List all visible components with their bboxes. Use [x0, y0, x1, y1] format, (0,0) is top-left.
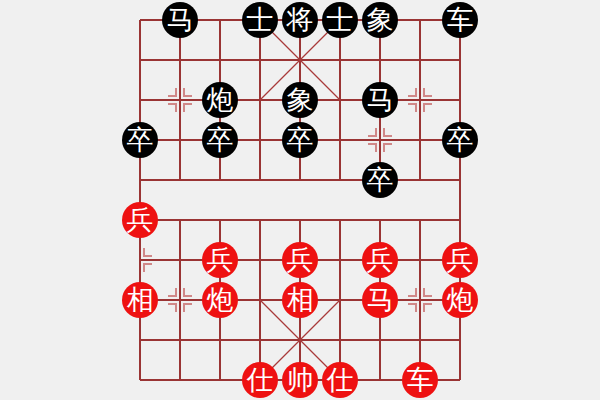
- piece-black-elephant[interactable]: 象: [282, 82, 318, 118]
- piece-black-general[interactable]: 将: [282, 2, 318, 38]
- piece-red-general[interactable]: 帅: [282, 362, 318, 398]
- piece-red-cannon[interactable]: 炮: [202, 282, 238, 318]
- piece-black-advisor[interactable]: 士: [322, 2, 358, 38]
- piece-black-horse[interactable]: 马: [362, 82, 398, 118]
- piece-black-soldier[interactable]: 卒: [362, 162, 398, 198]
- piece-red-cannon[interactable]: 炮: [442, 282, 478, 318]
- piece-black-elephant[interactable]: 象: [362, 2, 398, 38]
- piece-black-chariot[interactable]: 车: [442, 2, 478, 38]
- piece-red-advisor[interactable]: 仕: [242, 362, 278, 398]
- piece-black-cannon[interactable]: 炮: [202, 82, 238, 118]
- xiangqi-board: 马士将士象车炮象马卒卒卒卒卒兵兵兵兵兵相炮相马炮仕帅仕车: [0, 0, 600, 400]
- piece-red-soldier[interactable]: 兵: [202, 242, 238, 278]
- piece-red-horse[interactable]: 马: [362, 282, 398, 318]
- piece-black-soldier[interactable]: 卒: [282, 122, 318, 158]
- piece-black-horse[interactable]: 马: [162, 2, 198, 38]
- piece-black-soldier[interactable]: 卒: [122, 122, 158, 158]
- piece-black-soldier[interactable]: 卒: [442, 122, 478, 158]
- pieces-layer: 马士将士象车炮象马卒卒卒卒卒兵兵兵兵兵相炮相马炮仕帅仕车: [0, 0, 600, 400]
- piece-black-advisor[interactable]: 士: [242, 2, 278, 38]
- piece-red-soldier[interactable]: 兵: [362, 242, 398, 278]
- piece-red-soldier[interactable]: 兵: [442, 242, 478, 278]
- piece-red-soldier[interactable]: 兵: [282, 242, 318, 278]
- piece-red-chariot[interactable]: 车: [402, 362, 438, 398]
- piece-red-advisor[interactable]: 仕: [322, 362, 358, 398]
- piece-black-soldier[interactable]: 卒: [202, 122, 238, 158]
- piece-red-elephant[interactable]: 相: [282, 282, 318, 318]
- piece-red-elephant[interactable]: 相: [122, 282, 158, 318]
- piece-red-soldier[interactable]: 兵: [122, 202, 158, 238]
